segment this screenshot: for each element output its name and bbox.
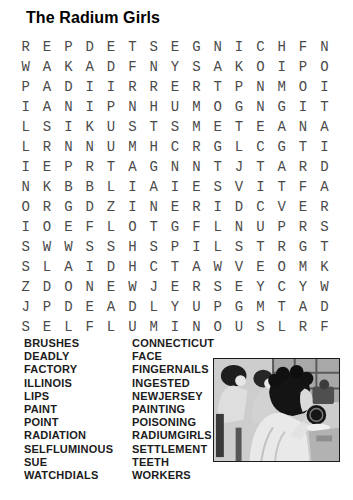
word-item: BRUSHES xyxy=(24,337,129,350)
grid-cell-r6c5[interactable]: U xyxy=(100,137,121,157)
grid-cell-r2c6[interactable]: F xyxy=(122,57,143,77)
grid-cell-r10c12[interactable]: U xyxy=(250,217,271,237)
grid-cell-r7c1[interactable]: I xyxy=(15,157,36,177)
grid-cell-r13c10[interactable]: S xyxy=(207,277,228,297)
grid-cell-r6c7[interactable]: H xyxy=(143,137,164,157)
grid-cell-r2c5[interactable]: D xyxy=(100,57,121,77)
grid-cell-r15c9[interactable]: N xyxy=(186,317,207,337)
grid-cell-r5c3[interactable]: I xyxy=(58,117,79,137)
word-item: ILLINOIS xyxy=(24,377,129,390)
grid-cell-r3c7[interactable]: R xyxy=(143,77,164,97)
grid-cell-r4c12[interactable]: N xyxy=(250,97,271,117)
grid-cell-r2c3[interactable]: K xyxy=(58,57,79,77)
grid-cell-r6c3[interactable]: N xyxy=(58,137,79,157)
grid-cell-r10c2[interactable]: O xyxy=(36,217,57,237)
grid-cell-r13c7[interactable]: J xyxy=(143,277,164,297)
grid-cell-r2c11[interactable]: K xyxy=(228,57,249,77)
grid-cell-r13c1[interactable]: Z xyxy=(15,277,36,297)
grid-cell-r3c12[interactable]: N xyxy=(250,77,271,97)
grid-cell-r14c3[interactable]: D xyxy=(58,297,79,317)
grid-cell-r14c2[interactable]: P xyxy=(36,297,57,317)
word-list-left: BRUSHESDEADLYFACTORYILLINOISLIPSPAINTPOI… xyxy=(24,337,129,482)
grid-cell-r8c12[interactable]: I xyxy=(250,177,271,197)
grid-cell-r10c14[interactable]: R xyxy=(292,217,313,237)
grid-cell-r5c14[interactable]: N xyxy=(292,117,313,137)
grid-cell-r14c13[interactable]: T xyxy=(271,297,292,317)
grid-cell-r5c11[interactable]: T xyxy=(228,117,249,137)
grid-cell-r5c6[interactable]: S xyxy=(122,117,143,137)
grid-cell-r1c12[interactable]: C xyxy=(250,37,271,57)
grid-cell-r12c5[interactable]: D xyxy=(100,257,121,277)
grid-cell-r4c8[interactable]: U xyxy=(164,97,185,117)
grid-cell-r2c10[interactable]: A xyxy=(207,57,228,77)
grid-cell-r12c8[interactable]: T xyxy=(164,257,185,277)
grid-cell-r7c12[interactable]: T xyxy=(250,157,271,177)
word-item: WATCHDIALS xyxy=(24,469,129,482)
grid-cell-r4c15[interactable]: T xyxy=(314,97,335,117)
grid-cell-r7c11[interactable]: J xyxy=(228,157,249,177)
grid-cell-r2c7[interactable]: N xyxy=(143,57,164,77)
grid-cell-r13c15[interactable]: W xyxy=(314,277,335,297)
grid-cell-r3c9[interactable]: R xyxy=(186,77,207,97)
grid-cell-r14c5[interactable]: A xyxy=(100,297,121,317)
word-search-grid[interactable]: REPDETSEGNICHFNWAKADFNYSAKOIPOPADIIRRERT… xyxy=(15,37,335,337)
grid-cell-r1c11[interactable]: I xyxy=(228,37,249,57)
grid-cell-r6c4[interactable]: N xyxy=(79,137,100,157)
grid-cell-r9c6[interactable]: I xyxy=(122,197,143,217)
grid-cell-r11c1[interactable]: S xyxy=(15,237,36,257)
grid-cell-r11c15[interactable]: T xyxy=(314,237,335,257)
grid-cell-r1c2[interactable]: E xyxy=(36,37,57,57)
grid-cell-r9c9[interactable]: R xyxy=(186,197,207,217)
grid-cell-r4c4[interactable]: I xyxy=(79,97,100,117)
grid-cell-r4c10[interactable]: O xyxy=(207,97,228,117)
grid-cell-r2c4[interactable]: A xyxy=(79,57,100,77)
grid-cell-r5c7[interactable]: T xyxy=(143,117,164,137)
grid-cell-r9c1[interactable]: O xyxy=(15,197,36,217)
grid-cell-r11c4[interactable]: S xyxy=(79,237,100,257)
grid-cell-r1c8[interactable]: E xyxy=(164,37,185,57)
grid-cell-r13c11[interactable]: E xyxy=(228,277,249,297)
grid-cell-r1c13[interactable]: H xyxy=(271,37,292,57)
word-item: FACTORY xyxy=(24,363,129,376)
grid-cell-r15c13[interactable]: L xyxy=(271,317,292,337)
worksheet: { "game": "word-search", "title": "The R… xyxy=(0,0,353,500)
word-item: LIPS xyxy=(24,390,129,403)
grid-cell-r11c10[interactable]: L xyxy=(207,237,228,257)
grid-cell-r6c13[interactable]: G xyxy=(271,137,292,157)
grid-cell-r9c5[interactable]: Z xyxy=(100,197,121,217)
grid-cell-r12c3[interactable]: A xyxy=(58,257,79,277)
grid-cell-r5c4[interactable]: K xyxy=(79,117,100,137)
grid-cell-r6c15[interactable]: I xyxy=(314,137,335,157)
grid-cell-r15c12[interactable]: S xyxy=(250,317,271,337)
grid-cell-r14c14[interactable]: A xyxy=(292,297,313,317)
grid-cell-r13c13[interactable]: C xyxy=(271,277,292,297)
grid-cell-r6c8[interactable]: C xyxy=(164,137,185,157)
grid-cell-r12c15[interactable]: K xyxy=(314,257,335,277)
grid-cell-r14c10[interactable]: P xyxy=(207,297,228,317)
grid-cell-r3c6[interactable]: R xyxy=(122,77,143,97)
grid-cell-r6c1[interactable]: L xyxy=(15,137,36,157)
grid-cell-r8c13[interactable]: T xyxy=(271,177,292,197)
word-item: PAINT xyxy=(24,403,129,416)
grid-cell-r14c4[interactable]: E xyxy=(79,297,100,317)
grid-cell-r7c2[interactable]: E xyxy=(36,157,57,177)
grid-cell-r9c2[interactable]: R xyxy=(36,197,57,217)
grid-cell-r4c5[interactable]: P xyxy=(100,97,121,117)
grid-cell-r7c13[interactable]: A xyxy=(271,157,292,177)
grid-cell-r6c14[interactable]: T xyxy=(292,137,313,157)
grid-cell-r1c14[interactable]: F xyxy=(292,37,313,57)
grid-cell-r9c12[interactable]: C xyxy=(250,197,271,217)
grid-cell-r11c2[interactable]: W xyxy=(36,237,57,257)
grid-cell-r7c5[interactable]: T xyxy=(100,157,121,177)
grid-cell-r14c7[interactable]: L xyxy=(143,297,164,317)
word-item: SELFLUMINOUS xyxy=(24,443,129,456)
grid-cell-r11c5[interactable]: S xyxy=(100,237,121,257)
grid-cell-r4c3[interactable]: N xyxy=(58,97,79,117)
word-item: SUE xyxy=(24,456,129,469)
photo-illustration xyxy=(214,359,339,461)
grid-cell-r14c6[interactable]: D xyxy=(122,297,143,317)
grid-cell-r13c12[interactable]: Y xyxy=(250,277,271,297)
grid-cell-r11c14[interactable]: G xyxy=(292,237,313,257)
grid-cell-r4c13[interactable]: G xyxy=(271,97,292,117)
grid-cell-r12c14[interactable]: M xyxy=(292,257,313,277)
grid-cell-r9c15[interactable]: R xyxy=(314,197,335,217)
grid-cell-r8c14[interactable]: F xyxy=(292,177,313,197)
grid-cell-r9c14[interactable]: E xyxy=(292,197,313,217)
grid-cell-r13c3[interactable]: O xyxy=(58,277,79,297)
grid-cell-r3c2[interactable]: A xyxy=(36,77,57,97)
grid-cell-r5c8[interactable]: S xyxy=(164,117,185,137)
grid-cell-r15c5[interactable]: L xyxy=(100,317,121,337)
grid-cell-r7c7[interactable]: G xyxy=(143,157,164,177)
grid-cell-r7c6[interactable]: A xyxy=(122,157,143,177)
word-item: DEADLY xyxy=(24,350,129,363)
grid-cell-r3c3[interactable]: D xyxy=(58,77,79,97)
grid-cell-r8c10[interactable]: S xyxy=(207,177,228,197)
grid-cell-r7c15[interactable]: D xyxy=(314,157,335,177)
grid-cell-r2c9[interactable]: S xyxy=(186,57,207,77)
grid-cell-r12c4[interactable]: I xyxy=(79,257,100,277)
grid-cell-r10c13[interactable]: P xyxy=(271,217,292,237)
grid-cell-r4c6[interactable]: N xyxy=(122,97,143,117)
grid-cell-r8c11[interactable]: V xyxy=(228,177,249,197)
grid-cell-r15c11[interactable]: U xyxy=(228,317,249,337)
grid-cell-r6c10[interactable]: G xyxy=(207,137,228,157)
grid-cell-r2c2[interactable]: A xyxy=(36,57,57,77)
grid-cell-r1c4[interactable]: D xyxy=(79,37,100,57)
grid-cell-r12c9[interactable]: A xyxy=(186,257,207,277)
grid-cell-r5c13[interactable]: A xyxy=(271,117,292,137)
grid-cell-r1c5[interactable]: E xyxy=(100,37,121,57)
grid-cell-r5c12[interactable]: E xyxy=(250,117,271,137)
grid-cell-r5c1[interactable]: L xyxy=(15,117,36,137)
grid-cell-r14c12[interactable]: M xyxy=(250,297,271,317)
word-item: WORKERS xyxy=(132,469,232,482)
grid-cell-r1c6[interactable]: T xyxy=(122,37,143,57)
grid-cell-r10c7[interactable]: T xyxy=(143,217,164,237)
grid-cell-r7c10[interactable]: T xyxy=(207,157,228,177)
grid-cell-r9c13[interactable]: V xyxy=(271,197,292,217)
grid-cell-r10c9[interactable]: F xyxy=(186,217,207,237)
grid-cell-r2c8[interactable]: Y xyxy=(164,57,185,77)
grid-cell-r14c15[interactable]: D xyxy=(314,297,335,317)
grid-cell-r3c10[interactable]: T xyxy=(207,77,228,97)
grid-cell-r2c1[interactable]: W xyxy=(15,57,36,77)
grid-cell-r15c7[interactable]: M xyxy=(143,317,164,337)
grid-cell-r11c7[interactable]: S xyxy=(143,237,164,257)
grid-cell-r5c10[interactable]: E xyxy=(207,117,228,137)
grid-cell-r2c12[interactable]: O xyxy=(250,57,271,77)
grid-cell-r2c15[interactable]: O xyxy=(314,57,335,77)
grid-cell-r15c10[interactable]: O xyxy=(207,317,228,337)
grid-cell-r8c1[interactable]: N xyxy=(15,177,36,197)
grid-cell-r6c12[interactable]: C xyxy=(250,137,271,157)
grid-cell-r13c9[interactable]: R xyxy=(186,277,207,297)
word-item: RADIATION xyxy=(24,429,129,442)
grid-cell-r15c3[interactable]: L xyxy=(58,317,79,337)
grid-cell-r7c3[interactable]: P xyxy=(58,157,79,177)
grid-cell-r12c7[interactable]: C xyxy=(143,257,164,277)
grid-cell-r8c6[interactable]: I xyxy=(122,177,143,197)
grid-cell-r9c7[interactable]: N xyxy=(143,197,164,217)
grid-cell-r5c15[interactable]: A xyxy=(314,117,335,137)
grid-cell-r13c2[interactable]: D xyxy=(36,277,57,297)
grid-cell-r3c15[interactable]: I xyxy=(314,77,335,97)
grid-cell-r11c3[interactable]: W xyxy=(58,237,79,257)
grid-cell-r4c7[interactable]: H xyxy=(143,97,164,117)
grid-cell-r14c11[interactable]: G xyxy=(228,297,249,317)
grid-cell-r3c8[interactable]: E xyxy=(164,77,185,97)
grid-cell-r13c5[interactable]: E xyxy=(100,277,121,297)
grid-cell-r1c9[interactable]: G xyxy=(186,37,207,57)
grid-cell-r8c7[interactable]: A xyxy=(143,177,164,197)
grid-cell-r12c13[interactable]: O xyxy=(271,257,292,277)
grid-cell-r8c5[interactable]: L xyxy=(100,177,121,197)
grid-cell-r7c9[interactable]: N xyxy=(186,157,207,177)
grid-cell-r12c10[interactable]: W xyxy=(207,257,228,277)
grid-cell-r8c3[interactable]: B xyxy=(58,177,79,197)
word-item: CONNECTICUT xyxy=(132,337,232,350)
grid-cell-r12c11[interactable]: V xyxy=(228,257,249,277)
grid-cell-r4c14[interactable]: I xyxy=(292,97,313,117)
grid-cell-r10c11[interactable]: N xyxy=(228,217,249,237)
grid-cell-r13c6[interactable]: W xyxy=(122,277,143,297)
grid-cell-r10c6[interactable]: O xyxy=(122,217,143,237)
grid-cell-r4c1[interactable]: I xyxy=(15,97,36,117)
grid-cell-r3c11[interactable]: P xyxy=(228,77,249,97)
grid-cell-r10c8[interactable]: G xyxy=(164,217,185,237)
grid-cell-r14c8[interactable]: Y xyxy=(164,297,185,317)
grid-cell-r10c3[interactable]: E xyxy=(58,217,79,237)
grid-cell-r5c2[interactable]: S xyxy=(36,117,57,137)
word-item: POINT xyxy=(24,416,129,429)
grid-cell-r3c13[interactable]: M xyxy=(271,77,292,97)
grid-cell-r6c11[interactable]: L xyxy=(228,137,249,157)
grid-cell-r13c8[interactable]: E xyxy=(164,277,185,297)
grid-cell-r5c5[interactable]: U xyxy=(100,117,121,137)
grid-cell-r11c13[interactable]: R xyxy=(271,237,292,257)
grid-cell-r12c1[interactable]: S xyxy=(15,257,36,277)
grid-cell-r11c6[interactable]: H xyxy=(122,237,143,257)
grid-cell-r10c5[interactable]: L xyxy=(100,217,121,237)
grid-cell-r12c6[interactable]: H xyxy=(122,257,143,277)
grid-cell-r15c15[interactable]: F xyxy=(314,317,335,337)
radium-girls-photo xyxy=(213,358,340,462)
grid-cell-r9c11[interactable]: D xyxy=(228,197,249,217)
grid-cell-r10c15[interactable]: S xyxy=(314,217,335,237)
grid-cell-r11c11[interactable]: S xyxy=(228,237,249,257)
grid-cell-r14c9[interactable]: U xyxy=(186,297,207,317)
grid-cell-r4c2[interactable]: A xyxy=(36,97,57,117)
grid-cell-r3c5[interactable]: I xyxy=(100,77,121,97)
grid-cell-r1c15[interactable]: N xyxy=(314,37,335,57)
grid-cell-r9c4[interactable]: D xyxy=(79,197,100,217)
grid-cell-r4c11[interactable]: G xyxy=(228,97,249,117)
grid-cell-r9c8[interactable]: E xyxy=(164,197,185,217)
grid-cell-r15c2[interactable]: E xyxy=(36,317,57,337)
grid-cell-r8c15[interactable]: A xyxy=(314,177,335,197)
grid-cell-r8c8[interactable]: I xyxy=(164,177,185,197)
grid-cell-r7c14[interactable]: R xyxy=(292,157,313,177)
grid-cell-r11c9[interactable]: I xyxy=(186,237,207,257)
grid-cell-r15c8[interactable]: I xyxy=(164,317,185,337)
grid-cell-r4c9[interactable]: M xyxy=(186,97,207,117)
grid-cell-r8c4[interactable]: B xyxy=(79,177,100,197)
grid-cell-r15c4[interactable]: F xyxy=(79,317,100,337)
grid-cell-r13c14[interactable]: Y xyxy=(292,277,313,297)
grid-cell-r15c14[interactable]: R xyxy=(292,317,313,337)
grid-cell-r3c4[interactable]: I xyxy=(79,77,100,97)
grid-cell-r5c9[interactable]: M xyxy=(186,117,207,137)
grid-cell-r7c8[interactable]: N xyxy=(164,157,185,177)
grid-cell-r2c13[interactable]: I xyxy=(271,57,292,77)
grid-cell-r15c6[interactable]: U xyxy=(122,317,143,337)
grid-cell-r9c3[interactable]: G xyxy=(58,197,79,217)
grid-cell-r6c2[interactable]: R xyxy=(36,137,57,157)
grid-cell-r8c9[interactable]: E xyxy=(186,177,207,197)
grid-cell-r6c6[interactable]: M xyxy=(122,137,143,157)
grid-cell-r3c14[interactable]: O xyxy=(292,77,313,97)
grid-cell-r15c1[interactable]: S xyxy=(15,317,36,337)
grid-cell-r6c9[interactable]: R xyxy=(186,137,207,157)
grid-cell-r11c8[interactable]: P xyxy=(164,237,185,257)
grid-cell-r9c10[interactable]: I xyxy=(207,197,228,217)
grid-cell-r13c4[interactable]: N xyxy=(79,277,100,297)
grid-cell-r8c2[interactable]: K xyxy=(36,177,57,197)
grid-cell-r1c1[interactable]: R xyxy=(15,37,36,57)
grid-cell-r10c1[interactable]: I xyxy=(15,217,36,237)
grid-cell-r12c12[interactable]: E xyxy=(250,257,271,277)
grid-cell-r2c14[interactable]: P xyxy=(292,57,313,77)
grid-cell-r10c4[interactable]: F xyxy=(79,217,100,237)
grid-cell-r12c2[interactable]: L xyxy=(36,257,57,277)
grid-cell-r7c4[interactable]: R xyxy=(79,157,100,177)
grid-cell-r1c7[interactable]: S xyxy=(143,37,164,57)
puzzle-title: The Radium Girls xyxy=(26,9,160,27)
grid-cell-r11c12[interactable]: T xyxy=(250,237,271,257)
grid-cell-r14c1[interactable]: J xyxy=(15,297,36,317)
grid-cell-r10c10[interactable]: L xyxy=(207,217,228,237)
grid-cell-r1c10[interactable]: N xyxy=(207,37,228,57)
grid-cell-r3c1[interactable]: P xyxy=(15,77,36,97)
grid-cell-r1c3[interactable]: P xyxy=(58,37,79,57)
